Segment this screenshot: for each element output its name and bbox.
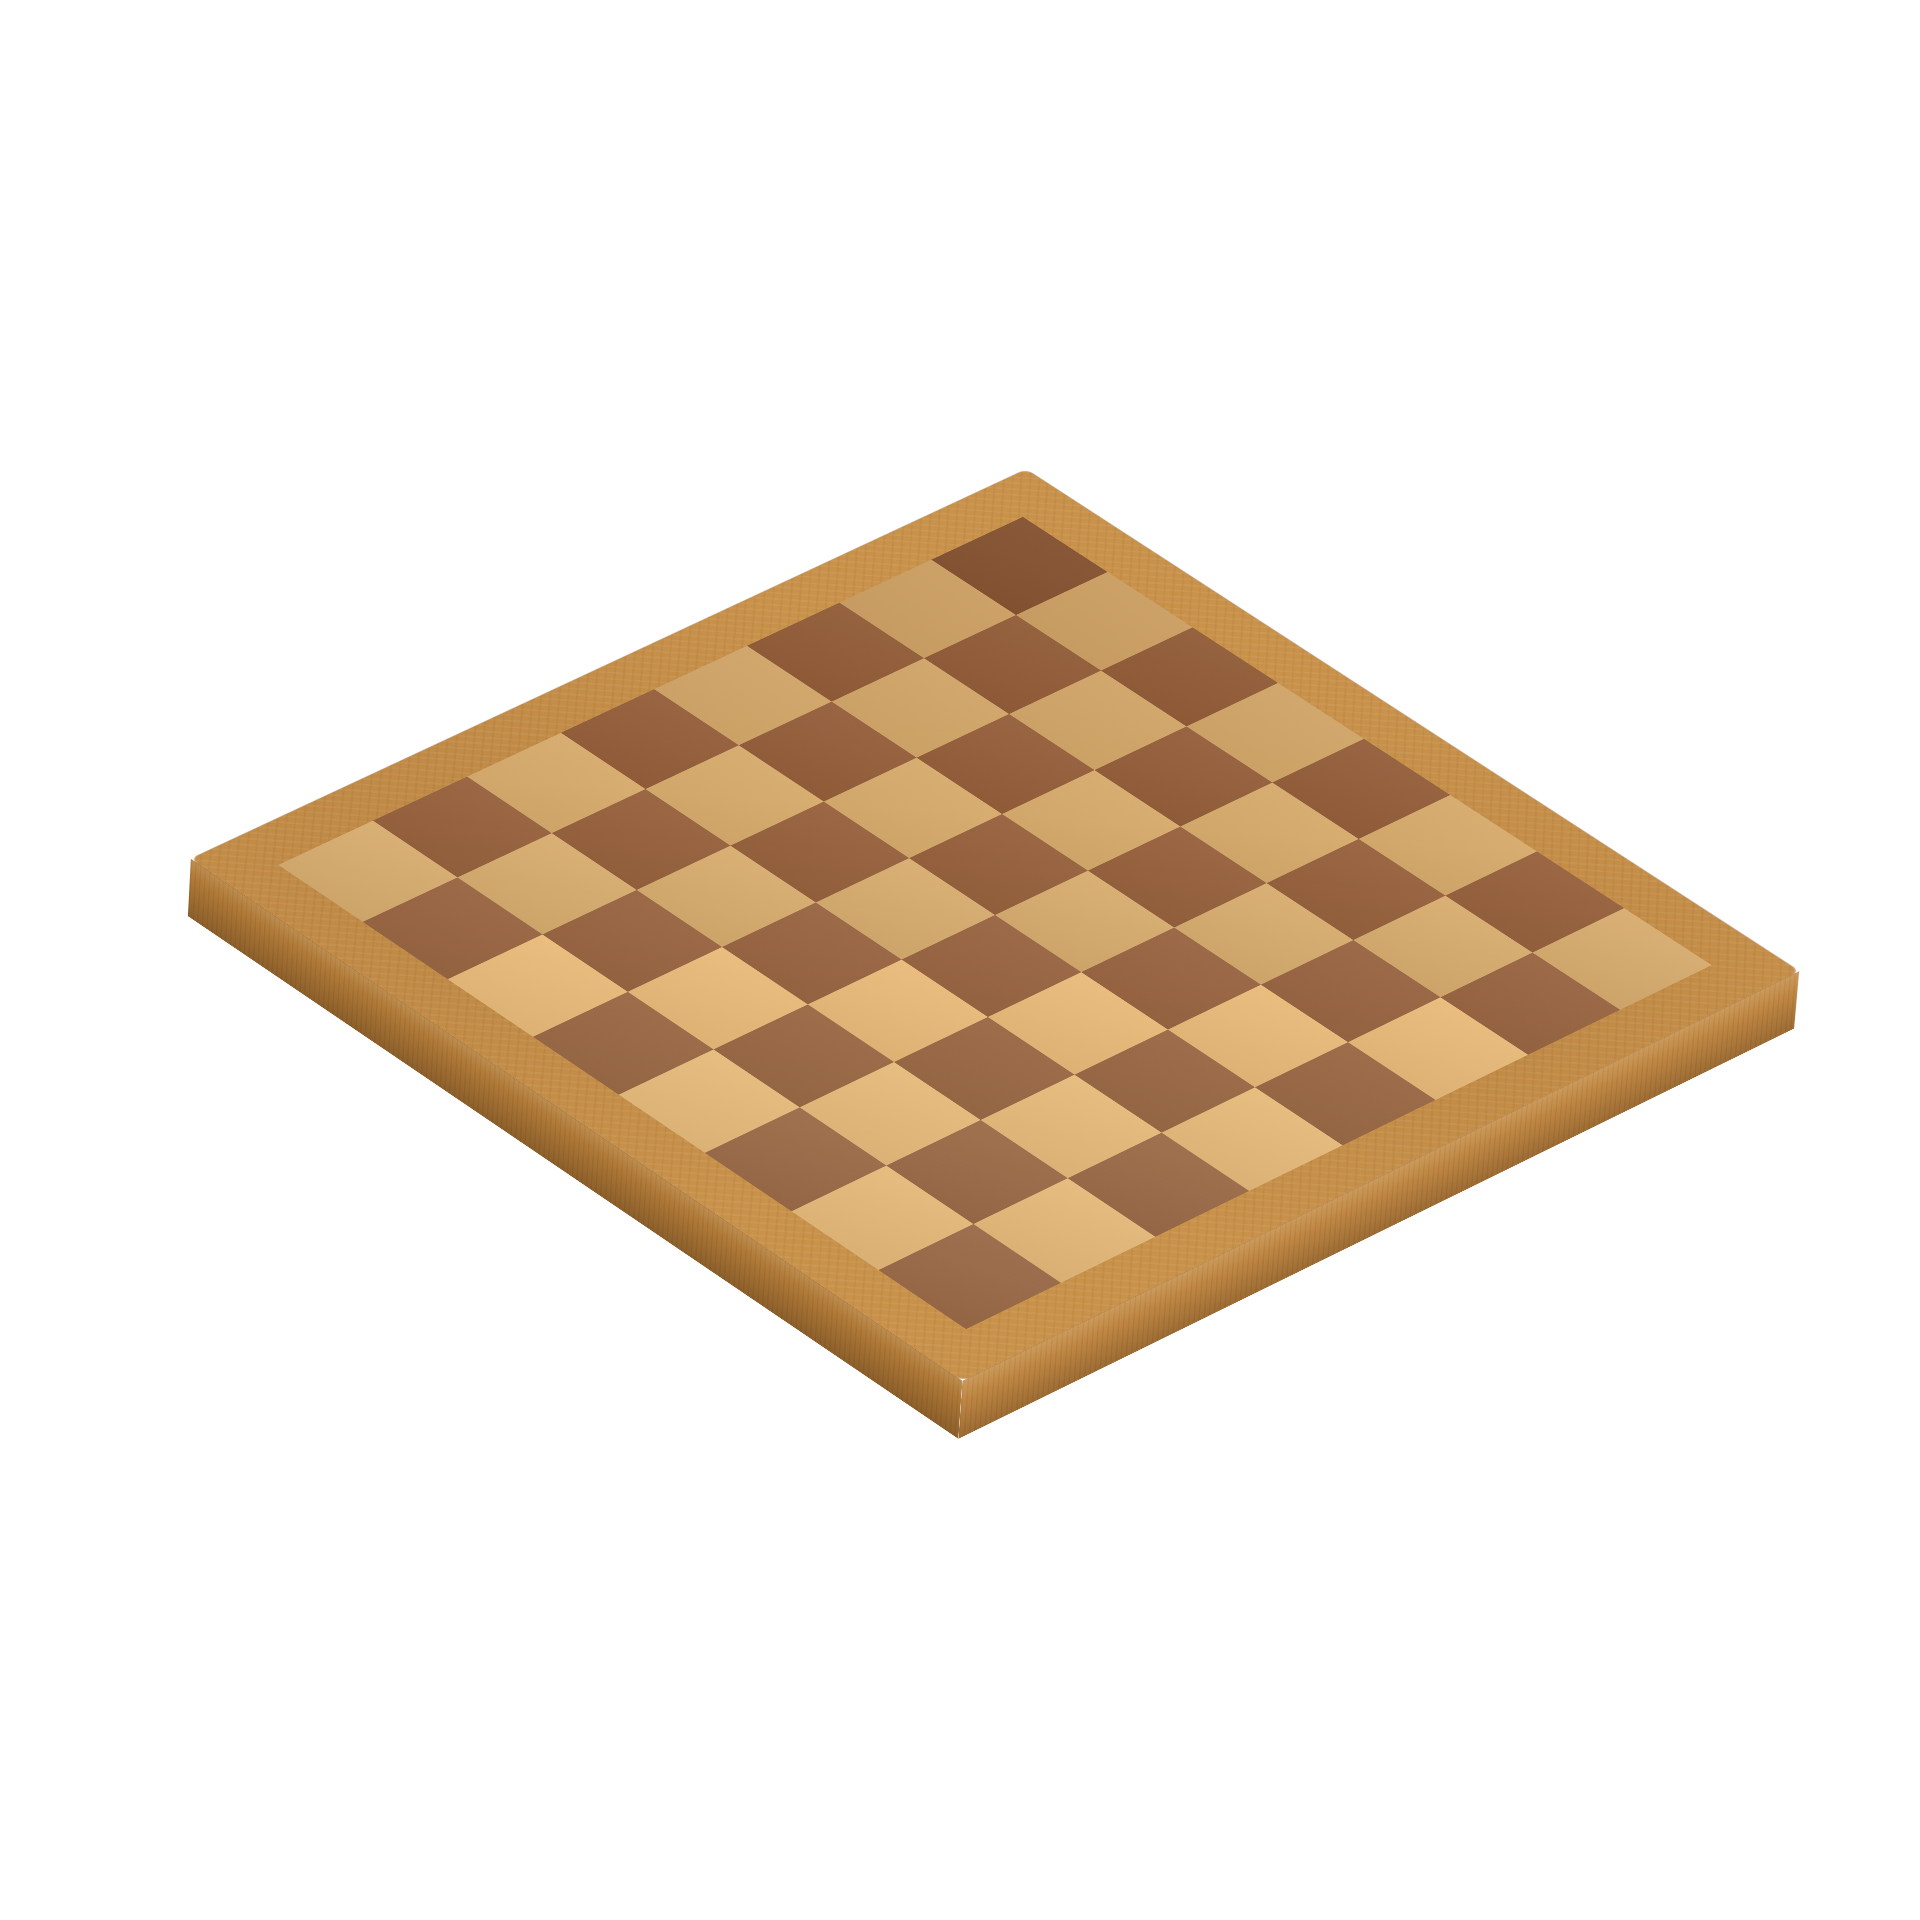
board-frame [191,469,1799,1380]
photo-canvas [0,0,1920,1920]
board-scene [0,0,1920,1920]
board-squares-grid [278,517,1711,1329]
chessboard [191,469,1799,1380]
